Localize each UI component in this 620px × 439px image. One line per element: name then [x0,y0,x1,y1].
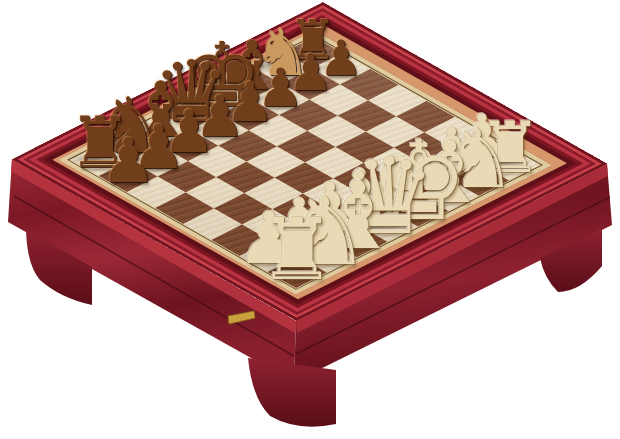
chess-set-photo: ♜♞♝♛♚♝♞♜♟♟♟♟♟♟♟♟♟♟♟♟♟♟♟♟♜♞♝♛♚♝♞♜ [0,0,620,439]
box-foot-near [248,358,336,427]
